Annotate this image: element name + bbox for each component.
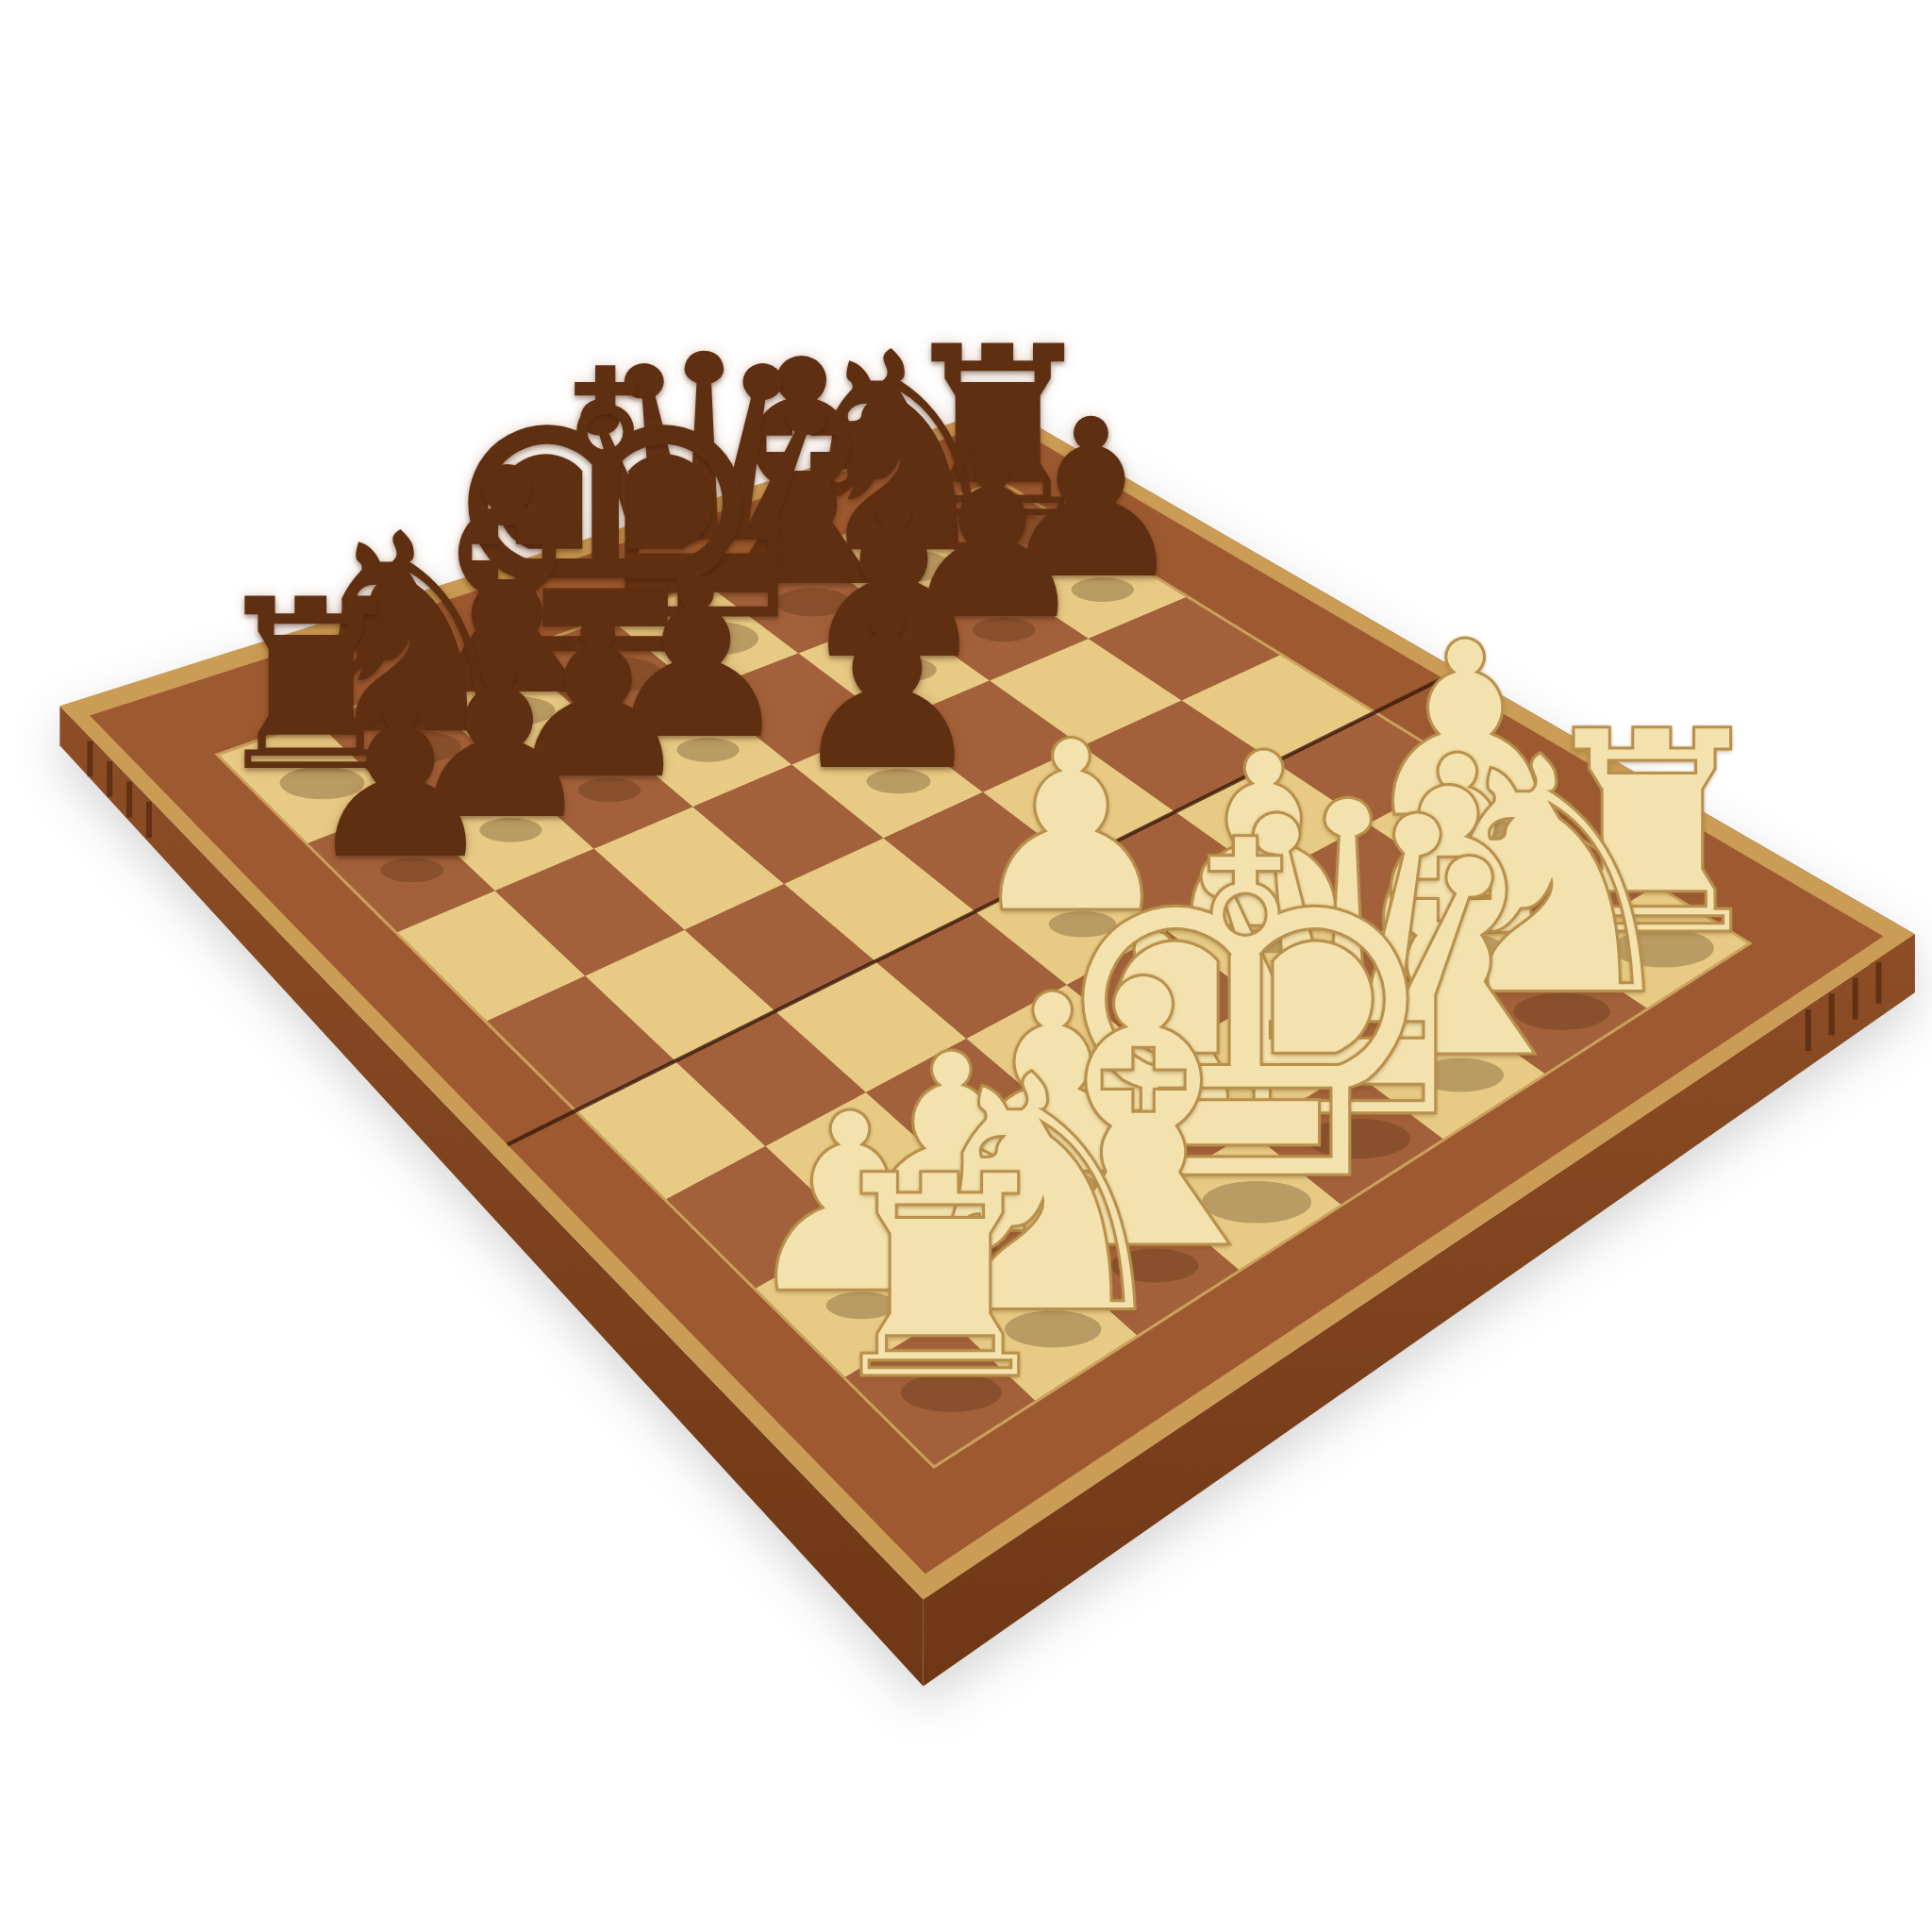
piece-dark-pawn-e6[interactable]: ♟ (787, 577, 988, 802)
piece-light-rook-a1[interactable]: ♜ (815, 1140, 1065, 1419)
piece-dark-pawn-a7[interactable]: ♟ (303, 672, 499, 891)
chess-set-photo: ♜♞♟♝♟♛♟♚♝♞♟♟♜♟♟♟♟♟♟♟♜♞♝♟♛♟♚♟♝♟♞♜ (0, 0, 1932, 1932)
